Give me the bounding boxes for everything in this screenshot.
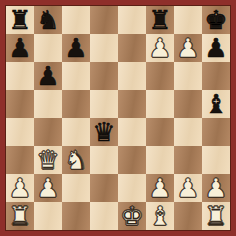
piece-white-king[interactable]: ♚ (120, 202, 143, 230)
board-frame: ♜♞♜♚♟♟♟♟♟♟♝♛♛♞♟♟♟♟♟♜♚♝♜ (0, 0, 236, 236)
piece-black-king[interactable]: ♚ (204, 6, 227, 34)
square-d8[interactable] (90, 6, 118, 34)
piece-black-rook[interactable]: ♜ (148, 6, 171, 34)
square-b8[interactable]: ♞ (34, 6, 62, 34)
square-g2[interactable]: ♟ (174, 174, 202, 202)
square-a4[interactable] (6, 118, 34, 146)
square-f4[interactable] (146, 118, 174, 146)
piece-black-pawn[interactable]: ♟ (36, 62, 59, 90)
piece-black-queen[interactable]: ♛ (92, 118, 115, 146)
square-h4[interactable] (202, 118, 230, 146)
square-h5[interactable]: ♝ (202, 90, 230, 118)
piece-white-pawn[interactable]: ♟ (148, 174, 171, 202)
square-e3[interactable] (118, 146, 146, 174)
piece-black-pawn[interactable]: ♟ (64, 34, 87, 62)
square-h8[interactable]: ♚ (202, 6, 230, 34)
square-f6[interactable] (146, 62, 174, 90)
piece-white-queen[interactable]: ♛ (36, 146, 59, 174)
square-a8[interactable]: ♜ (6, 6, 34, 34)
square-f8[interactable]: ♜ (146, 6, 174, 34)
square-b4[interactable] (34, 118, 62, 146)
square-d3[interactable] (90, 146, 118, 174)
square-e4[interactable] (118, 118, 146, 146)
piece-white-pawn[interactable]: ♟ (8, 174, 31, 202)
square-b5[interactable] (34, 90, 62, 118)
piece-white-knight[interactable]: ♞ (64, 146, 87, 174)
piece-white-pawn[interactable]: ♟ (148, 34, 171, 62)
square-d2[interactable] (90, 174, 118, 202)
square-g6[interactable] (174, 62, 202, 90)
square-b2[interactable]: ♟ (34, 174, 62, 202)
square-c4[interactable] (62, 118, 90, 146)
square-g5[interactable] (174, 90, 202, 118)
piece-black-pawn[interactable]: ♟ (204, 34, 227, 62)
square-f1[interactable]: ♝ (146, 202, 174, 230)
square-d1[interactable] (90, 202, 118, 230)
square-e5[interactable] (118, 90, 146, 118)
piece-black-pawn[interactable]: ♟ (8, 34, 31, 62)
square-h1[interactable]: ♜ (202, 202, 230, 230)
square-f3[interactable] (146, 146, 174, 174)
square-a6[interactable] (6, 62, 34, 90)
piece-white-bishop[interactable]: ♝ (148, 202, 171, 230)
square-b1[interactable] (34, 202, 62, 230)
square-e8[interactable] (118, 6, 146, 34)
piece-white-pawn[interactable]: ♟ (36, 174, 59, 202)
square-f2[interactable]: ♟ (146, 174, 174, 202)
square-g1[interactable] (174, 202, 202, 230)
square-h2[interactable]: ♟ (202, 174, 230, 202)
square-d4[interactable]: ♛ (90, 118, 118, 146)
chess-board: ♜♞♜♚♟♟♟♟♟♟♝♛♛♞♟♟♟♟♟♜♚♝♜ (6, 6, 230, 230)
square-a5[interactable] (6, 90, 34, 118)
square-d7[interactable] (90, 34, 118, 62)
square-a7[interactable]: ♟ (6, 34, 34, 62)
square-b6[interactable]: ♟ (34, 62, 62, 90)
square-c1[interactable] (62, 202, 90, 230)
square-c8[interactable] (62, 6, 90, 34)
square-c6[interactable] (62, 62, 90, 90)
piece-white-pawn[interactable]: ♟ (176, 34, 199, 62)
square-h3[interactable] (202, 146, 230, 174)
square-e6[interactable] (118, 62, 146, 90)
square-h6[interactable] (202, 62, 230, 90)
piece-white-pawn[interactable]: ♟ (204, 174, 227, 202)
piece-white-rook[interactable]: ♜ (204, 202, 227, 230)
square-c7[interactable]: ♟ (62, 34, 90, 62)
piece-black-knight[interactable]: ♞ (36, 6, 59, 34)
square-d6[interactable] (90, 62, 118, 90)
piece-white-rook[interactable]: ♜ (8, 202, 31, 230)
square-c2[interactable] (62, 174, 90, 202)
square-a3[interactable] (6, 146, 34, 174)
piece-black-rook[interactable]: ♜ (8, 6, 31, 34)
square-h7[interactable]: ♟ (202, 34, 230, 62)
square-a2[interactable]: ♟ (6, 174, 34, 202)
square-b7[interactable] (34, 34, 62, 62)
square-e7[interactable] (118, 34, 146, 62)
square-g7[interactable]: ♟ (174, 34, 202, 62)
square-f7[interactable]: ♟ (146, 34, 174, 62)
square-a1[interactable]: ♜ (6, 202, 34, 230)
square-e2[interactable] (118, 174, 146, 202)
square-b3[interactable]: ♛ (34, 146, 62, 174)
square-g3[interactable] (174, 146, 202, 174)
piece-black-bishop[interactable]: ♝ (204, 90, 227, 118)
square-c5[interactable] (62, 90, 90, 118)
square-g8[interactable] (174, 6, 202, 34)
square-e1[interactable]: ♚ (118, 202, 146, 230)
square-c3[interactable]: ♞ (62, 146, 90, 174)
square-f5[interactable] (146, 90, 174, 118)
square-d5[interactable] (90, 90, 118, 118)
piece-white-pawn[interactable]: ♟ (176, 174, 199, 202)
square-g4[interactable] (174, 118, 202, 146)
